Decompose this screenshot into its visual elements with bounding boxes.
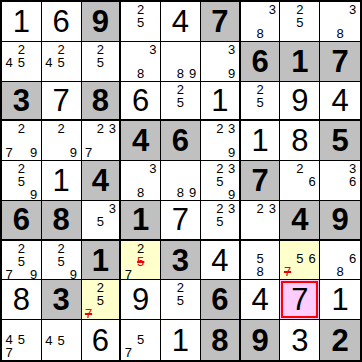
- cell-r4c7[interactable]: 1: [241, 121, 281, 161]
- given-digit: 1: [291, 46, 308, 77]
- cell-r3c1[interactable]: 3: [2, 82, 42, 122]
- candidate-9: 9: [28, 146, 40, 159]
- cell-r6c6[interactable]: 235: [201, 201, 241, 241]
- cell-r2c5[interactable]: 89: [161, 42, 201, 82]
- pencil-marks: 245: [43, 43, 80, 80]
- solved-digit: 1: [53, 165, 70, 196]
- solved-digit: 1: [331, 284, 348, 315]
- candidate-9: 9: [187, 186, 199, 199]
- placed-digit: 7: [291, 284, 308, 315]
- given-digit: 7: [211, 6, 228, 37]
- candidate-9: 9: [28, 268, 40, 281]
- solved-digit: 3: [291, 325, 308, 356]
- given-digit: 4: [92, 165, 109, 196]
- cell-r8c6[interactable]: 6: [201, 280, 241, 320]
- candidate-2: 2: [55, 43, 67, 56]
- cell-r7c9[interactable]: 68: [320, 241, 360, 281]
- candidate-7: 7: [83, 146, 95, 159]
- candidate-2: 2: [135, 242, 147, 255]
- candidate-8: 8: [135, 67, 147, 80]
- candidate-5: 5: [174, 294, 186, 307]
- pencil-marks: 237: [83, 122, 119, 159]
- cell-r5c3[interactable]: 4: [82, 161, 122, 201]
- given-digit: 3: [172, 245, 189, 276]
- candidate-3: 3: [147, 43, 159, 56]
- pencil-marks: 38: [122, 162, 159, 199]
- candidate-7: 7: [3, 346, 15, 359]
- cell-r3c6[interactable]: 1: [201, 82, 241, 122]
- given-digit: 1: [132, 204, 149, 235]
- candidate-2: 2: [294, 162, 306, 175]
- cell-r9c8[interactable]: 3: [280, 320, 320, 360]
- sudoku-board: 1692547382538245245253889396173786251259…: [0, 0, 362, 362]
- cell-r3c4[interactable]: 6: [121, 82, 161, 122]
- pencil-marks: 57: [122, 321, 159, 359]
- cell-r7c4[interactable]: 257: [121, 241, 161, 281]
- candidate-3: 3: [266, 202, 278, 215]
- pencil-marks: 25: [162, 83, 199, 119]
- cell-r9c3[interactable]: 6: [82, 320, 122, 360]
- cell-r5c7[interactable]: 7: [241, 161, 281, 201]
- given-digit: 9: [251, 325, 268, 356]
- candidate-8: 8: [135, 186, 147, 199]
- candidate-8: 8: [254, 27, 266, 40]
- cell-r1c1[interactable]: 1: [2, 2, 42, 42]
- candidate-2: 2: [94, 43, 106, 56]
- candidate-9: 9: [67, 268, 79, 281]
- pencil-marks: 29: [43, 122, 80, 159]
- cell-r6c5[interactable]: 7: [161, 201, 201, 241]
- cell-r6c7[interactable]: 23: [241, 201, 281, 241]
- candidate-4: 4: [43, 334, 55, 347]
- candidate-8: 8: [174, 186, 186, 199]
- solved-digit: 4: [172, 6, 189, 37]
- candidate-2: 2: [254, 202, 266, 215]
- given-digit: 8: [211, 325, 228, 356]
- pencil-marks: 259: [43, 242, 80, 279]
- cell-r7c7[interactable]: 58: [241, 241, 281, 281]
- solved-digit: 8: [13, 284, 30, 315]
- candidate-2: 2: [15, 122, 27, 135]
- solved-digit: 8: [291, 125, 308, 156]
- given-digit: 6: [172, 125, 189, 156]
- candidate-7-eliminated: 7: [83, 307, 95, 320]
- candidate-2: 2: [94, 122, 106, 135]
- cell-r8c3[interactable]: 257: [82, 280, 122, 320]
- cell-r1c8[interactable]: 25: [280, 2, 320, 42]
- cell-r7c8[interactable]: 567: [280, 241, 320, 281]
- cell-r1c2[interactable]: 6: [42, 2, 82, 42]
- pencil-marks: 45: [43, 321, 80, 359]
- cell-r8c4[interactable]: 9: [121, 280, 161, 320]
- candidate-2: 2: [15, 242, 27, 255]
- candidate-3: 3: [346, 3, 359, 16]
- cell-r4c8[interactable]: 8: [280, 121, 320, 161]
- cell-r1c5[interactable]: 4: [161, 2, 201, 42]
- given-digit: 8: [53, 204, 70, 235]
- candidate-6: 6: [306, 175, 318, 188]
- cell-r5c4[interactable]: 38: [121, 161, 161, 201]
- candidate-7-eliminated: 7: [281, 265, 293, 278]
- candidate-3: 3: [226, 43, 238, 56]
- given-digit: 5: [331, 125, 348, 156]
- candidate-4: 4: [3, 56, 15, 69]
- candidate-3: 3: [266, 3, 278, 16]
- solved-digit: 9: [132, 284, 149, 315]
- candidate-3: 3: [147, 162, 159, 175]
- pencil-marks: 257: [83, 281, 119, 318]
- cell-r6c1[interactable]: 6: [2, 201, 42, 241]
- cell-r2c3[interactable]: 25: [82, 42, 122, 82]
- cell-r6c3[interactable]: 35: [82, 201, 122, 241]
- pencil-marks: 26: [281, 162, 318, 199]
- pencil-marks: 567: [281, 242, 318, 279]
- solved-digit: 7: [172, 204, 189, 235]
- given-digit: 6: [211, 284, 228, 315]
- cell-r1c4[interactable]: 25: [121, 2, 161, 42]
- cell-r2c6[interactable]: 39: [201, 42, 241, 82]
- cell-r6c8[interactable]: 4: [280, 201, 320, 241]
- pencil-marks: 239: [202, 122, 238, 159]
- given-digit: 9: [331, 204, 348, 235]
- cell-r3c3[interactable]: 8: [82, 82, 122, 122]
- pencil-marks: 25: [83, 43, 119, 80]
- cell-r9c5[interactable]: 1: [161, 320, 201, 360]
- candidate-5: 5: [174, 96, 186, 109]
- cell-r4c1[interactable]: 279: [2, 121, 42, 161]
- cell-r5c5[interactable]: 89: [161, 161, 201, 201]
- candidate-5: 5: [94, 56, 106, 69]
- cell-r8c2[interactable]: 3: [42, 280, 82, 320]
- cell-r1c7[interactable]: 38: [241, 2, 281, 42]
- cell-r9c6[interactable]: 8: [201, 320, 241, 360]
- given-digit: 6: [251, 46, 268, 77]
- cell-r4c5[interactable]: 6: [161, 121, 201, 161]
- candidate-9: 9: [226, 67, 238, 80]
- cell-r3c5[interactable]: 25: [161, 82, 201, 122]
- pencil-marks: 257: [122, 242, 159, 279]
- cell-r1c6[interactable]: 7: [201, 2, 241, 42]
- pencil-marks: 259: [3, 162, 40, 199]
- pencil-marks: 35: [83, 202, 119, 238]
- candidate-6: 6: [346, 175, 359, 188]
- candidate-8: 8: [334, 265, 347, 278]
- cell-r3c9[interactable]: 4: [320, 82, 360, 122]
- candidate-3: 3: [106, 202, 118, 215]
- cell-r5c6[interactable]: 2359: [201, 161, 241, 201]
- cell-r2c9[interactable]: 7: [320, 42, 360, 82]
- pencil-marks: 23: [242, 202, 279, 238]
- candidate-5: 5: [294, 252, 306, 265]
- candidate-5: 5: [214, 215, 226, 228]
- cell-r3c8[interactable]: 9: [280, 82, 320, 122]
- candidate-7: 7: [122, 346, 134, 359]
- pencil-marks: 89: [162, 162, 199, 199]
- candidate-5: 5: [55, 334, 67, 347]
- candidate-6: 6: [346, 252, 359, 265]
- solved-digit: 1: [251, 125, 268, 156]
- cell-r3c2[interactable]: 7: [42, 82, 82, 122]
- cell-r9c4[interactable]: 57: [121, 320, 161, 360]
- solved-digit: 6: [92, 325, 109, 356]
- candidate-4: 4: [43, 56, 55, 69]
- cell-r9c9[interactable]: 2: [320, 320, 360, 360]
- candidate-3: 3: [226, 122, 238, 135]
- cell-r9c2[interactable]: 45: [42, 320, 82, 360]
- candidate-5: 5: [94, 215, 106, 228]
- candidate-2: 2: [174, 83, 186, 96]
- cell-r8c9[interactable]: 1: [320, 280, 360, 320]
- pencil-marks: 38: [122, 43, 159, 80]
- candidate-5: 5: [55, 255, 67, 268]
- candidate-5: 5: [55, 56, 67, 69]
- cell-r7c2[interactable]: 259: [42, 241, 82, 281]
- cell-r5c1[interactable]: 259: [2, 161, 42, 201]
- pencil-marks: 39: [202, 43, 238, 80]
- pencil-marks: 58: [242, 242, 279, 279]
- pencil-marks: 25: [242, 83, 279, 119]
- candidate-3: 3: [226, 162, 238, 175]
- given-digit: 4: [291, 204, 308, 235]
- candidate-7: 7: [3, 146, 15, 159]
- solved-digit: 6: [53, 6, 70, 37]
- cell-r2c8[interactable]: 1: [280, 42, 320, 82]
- cell-r8c1[interactable]: 8: [2, 280, 42, 320]
- cell-r2c2[interactable]: 245: [42, 42, 82, 82]
- candidate-3: 3: [106, 122, 118, 135]
- cell-r7c5[interactable]: 3: [161, 241, 201, 281]
- cell-r5c8[interactable]: 26: [280, 161, 320, 201]
- given-digit: 3: [13, 85, 30, 116]
- given-digit: 8: [92, 85, 109, 116]
- pencil-marks: 25: [281, 3, 318, 40]
- candidate-5: 5: [94, 294, 106, 307]
- cell-r2c4[interactable]: 38: [121, 42, 161, 82]
- candidate-9: 9: [67, 146, 79, 159]
- pencil-marks: 235: [202, 202, 238, 238]
- candidate-5: 5: [214, 175, 226, 188]
- pencil-marks: 25: [122, 3, 159, 40]
- solved-digit: 1: [172, 325, 189, 356]
- cell-r5c9[interactable]: 36: [320, 161, 360, 201]
- solved-digit: 9: [291, 85, 308, 116]
- solved-digit: 4: [331, 85, 348, 116]
- cell-r4c2[interactable]: 29: [42, 121, 82, 161]
- candidate-5: 5: [15, 175, 27, 188]
- candidate-5: 5: [15, 56, 27, 69]
- pencil-marks: 457: [3, 321, 40, 359]
- candidate-5-eliminated: 5: [135, 255, 147, 268]
- candidate-9: 9: [226, 146, 238, 159]
- candidate-5: 5: [15, 333, 27, 346]
- cell-r7c1[interactable]: 2579: [2, 241, 42, 281]
- cell-r1c9[interactable]: 38: [320, 2, 360, 42]
- pencil-marks: 2579: [3, 242, 40, 279]
- solved-digit: 6: [132, 85, 149, 116]
- pencil-marks: 68: [321, 242, 359, 279]
- candidate-8: 8: [174, 67, 186, 80]
- pencil-marks: 245: [3, 43, 40, 80]
- candidate-3: 3: [226, 202, 238, 215]
- candidate-5: 5: [135, 16, 147, 29]
- pencil-marks: 279: [3, 122, 40, 159]
- solved-digit: 4: [211, 245, 228, 276]
- candidate-2: 2: [214, 122, 226, 135]
- candidate-2: 2: [55, 122, 67, 135]
- cell-r8c8[interactable]: 7: [280, 280, 320, 320]
- solved-digit: 1: [13, 6, 30, 37]
- cell-r9c7[interactable]: 9: [241, 320, 281, 360]
- solved-digit: 1: [211, 85, 228, 116]
- candidate-7: 7: [122, 268, 134, 281]
- solved-digit: 7: [53, 85, 70, 116]
- cell-r3c7[interactable]: 25: [241, 82, 281, 122]
- pencil-marks: 38: [321, 3, 359, 40]
- given-digit: 9: [92, 6, 109, 37]
- candidate-5: 5: [254, 96, 266, 109]
- cell-r4c6[interactable]: 239: [201, 121, 241, 161]
- candidate-2: 2: [15, 43, 27, 56]
- candidate-2: 2: [254, 83, 266, 96]
- cell-r6c9[interactable]: 9: [320, 201, 360, 241]
- given-digit: 1: [92, 245, 109, 276]
- pencil-marks: 2359: [202, 162, 238, 199]
- cell-r2c1[interactable]: 245: [2, 42, 42, 82]
- candidate-5: 5: [15, 255, 27, 268]
- pencil-marks: 25: [162, 281, 199, 318]
- cell-r5c2[interactable]: 1: [42, 161, 82, 201]
- pencil-marks: 36: [321, 162, 359, 199]
- cell-r2c7[interactable]: 6: [241, 42, 281, 82]
- given-digit: 6: [13, 204, 30, 235]
- cell-r6c4[interactable]: 1: [121, 201, 161, 241]
- candidate-8: 8: [254, 265, 266, 278]
- pencil-marks: 89: [162, 43, 199, 80]
- cell-r4c4[interactable]: 4: [121, 121, 161, 161]
- given-digit: 2: [331, 325, 348, 356]
- candidate-9: 9: [187, 67, 199, 80]
- candidate-6: 6: [306, 252, 318, 265]
- candidate-5: 5: [135, 333, 147, 346]
- cell-r4c3[interactable]: 237: [82, 121, 122, 161]
- candidate-9: 9: [226, 188, 238, 201]
- cell-r8c7[interactable]: 4: [241, 280, 281, 320]
- cell-r1c3[interactable]: 9: [82, 2, 122, 42]
- candidate-9: 9: [28, 188, 40, 201]
- cell-r7c6[interactable]: 4: [201, 241, 241, 281]
- cell-r8c5[interactable]: 25: [161, 280, 201, 320]
- cell-r6c2[interactable]: 8: [42, 201, 82, 241]
- solved-digit: 4: [251, 284, 268, 315]
- cell-r4c9[interactable]: 5: [320, 121, 360, 161]
- given-digit: 7: [331, 46, 348, 77]
- given-digit: 4: [132, 125, 149, 156]
- cell-r7c3[interactable]: 1: [82, 241, 122, 281]
- candidate-5: 5: [294, 16, 306, 29]
- given-digit: 7: [251, 165, 268, 196]
- pencil-marks: 38: [242, 3, 279, 40]
- given-digit: 3: [53, 284, 70, 315]
- cell-r9c1[interactable]: 457: [2, 320, 42, 360]
- candidate-8: 8: [334, 27, 347, 40]
- candidate-7: 7: [3, 268, 15, 281]
- candidate-2: 2: [214, 202, 226, 215]
- candidate-2: 2: [55, 242, 67, 255]
